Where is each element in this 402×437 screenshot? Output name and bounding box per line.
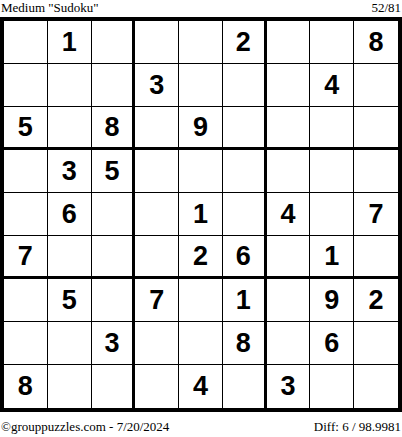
sudoku-cell-empty[interactable] bbox=[354, 107, 398, 150]
sudoku-cell-empty[interactable] bbox=[310, 365, 354, 408]
sudoku-cell-empty[interactable] bbox=[223, 64, 267, 107]
sudoku-cell-empty[interactable] bbox=[4, 193, 48, 236]
sudoku-cell-empty[interactable] bbox=[354, 236, 398, 279]
sudoku-cell-empty[interactable] bbox=[135, 322, 179, 365]
sudoku-cell-given[interactable]: 7 bbox=[354, 193, 398, 236]
sudoku-cell-given[interactable]: 3 bbox=[48, 150, 92, 193]
sudoku-cell-given[interactable]: 5 bbox=[92, 150, 136, 193]
sudoku-cell-empty[interactable] bbox=[135, 107, 179, 150]
sudoku-cell-given[interactable]: 8 bbox=[223, 322, 267, 365]
sudoku-cell-given[interactable]: 7 bbox=[135, 279, 179, 322]
sudoku-cell-given[interactable]: 8 bbox=[354, 21, 398, 64]
sudoku-cell-given[interactable]: 1 bbox=[310, 236, 354, 279]
sudoku-cell-empty[interactable] bbox=[179, 322, 223, 365]
sudoku-cell-empty[interactable] bbox=[4, 150, 48, 193]
difficulty-text: Diff: 6 / 98.9981 bbox=[314, 419, 401, 434]
sudoku-cell-empty[interactable] bbox=[179, 64, 223, 107]
sudoku-cell-given[interactable]: 1 bbox=[179, 193, 223, 236]
footer: ©grouppuzzles.com - 7/20/2024 Diff: 6 / … bbox=[0, 419, 402, 434]
sudoku-cell-empty[interactable] bbox=[48, 236, 92, 279]
sudoku-cell-given[interactable]: 3 bbox=[267, 365, 311, 408]
sudoku-cell-empty[interactable] bbox=[267, 107, 311, 150]
sudoku-cell-given[interactable]: 5 bbox=[48, 279, 92, 322]
sudoku-cell-empty[interactable] bbox=[4, 279, 48, 322]
sudoku-cell-empty[interactable] bbox=[135, 21, 179, 64]
sudoku-cell-empty[interactable] bbox=[135, 365, 179, 408]
sudoku-cell-given[interactable]: 5 bbox=[4, 107, 48, 150]
sudoku-cell-empty[interactable] bbox=[4, 322, 48, 365]
sudoku-cell-empty[interactable] bbox=[92, 236, 136, 279]
sudoku-cell-given[interactable]: 3 bbox=[135, 64, 179, 107]
sudoku-cell-given[interactable]: 3 bbox=[92, 322, 136, 365]
sudoku-cell-given[interactable]: 6 bbox=[223, 236, 267, 279]
sudoku-cell-empty[interactable] bbox=[267, 150, 311, 193]
sudoku-cell-empty[interactable] bbox=[354, 64, 398, 107]
sudoku-cell-empty[interactable] bbox=[310, 107, 354, 150]
sudoku-cell-given[interactable]: 8 bbox=[92, 107, 136, 150]
sudoku-cell-empty[interactable] bbox=[135, 150, 179, 193]
sudoku-cell-given[interactable]: 7 bbox=[4, 236, 48, 279]
sudoku-cell-empty[interactable] bbox=[354, 365, 398, 408]
sudoku-cell-empty[interactable] bbox=[4, 64, 48, 107]
sudoku-cell-empty[interactable] bbox=[354, 322, 398, 365]
sudoku-cell-empty[interactable] bbox=[92, 21, 136, 64]
sudoku-cell-given[interactable]: 1 bbox=[223, 279, 267, 322]
sudoku-cell-given[interactable]: 2 bbox=[179, 236, 223, 279]
sudoku-cell-empty[interactable] bbox=[135, 236, 179, 279]
sudoku-cell-empty[interactable] bbox=[48, 64, 92, 107]
sudoku-cell-empty[interactable] bbox=[92, 64, 136, 107]
sudoku-cell-empty[interactable] bbox=[4, 21, 48, 64]
puzzle-title: Medium "Sudoku" bbox=[1, 0, 99, 15]
sudoku-cell-given[interactable]: 8 bbox=[4, 365, 48, 408]
sudoku-cell-empty[interactable] bbox=[179, 21, 223, 64]
sudoku-cell-empty[interactable] bbox=[310, 21, 354, 64]
sudoku-cell-empty[interactable] bbox=[267, 279, 311, 322]
sudoku-cell-given[interactable]: 4 bbox=[310, 64, 354, 107]
sudoku-cell-empty[interactable] bbox=[223, 107, 267, 150]
sudoku-cell-empty[interactable] bbox=[179, 150, 223, 193]
header: Medium "Sudoku" 52/81 bbox=[0, 0, 402, 17]
sudoku-cell-empty[interactable] bbox=[92, 279, 136, 322]
sudoku-cell-given[interactable]: 6 bbox=[310, 322, 354, 365]
sudoku-cell-empty[interactable] bbox=[267, 236, 311, 279]
sudoku-board: 12834589356147726157192386843 bbox=[0, 17, 402, 412]
sudoku-cell-empty[interactable] bbox=[267, 21, 311, 64]
copyright-text: ©grouppuzzles.com - 7/20/2024 bbox=[1, 419, 169, 434]
sudoku-cell-empty[interactable] bbox=[267, 64, 311, 107]
sudoku-cell-empty[interactable] bbox=[179, 279, 223, 322]
sudoku-cell-empty[interactable] bbox=[223, 193, 267, 236]
sudoku-cell-empty[interactable] bbox=[354, 150, 398, 193]
sudoku-cell-given[interactable]: 9 bbox=[179, 107, 223, 150]
sudoku-cell-given[interactable]: 6 bbox=[48, 193, 92, 236]
remaining-counter: 52/81 bbox=[371, 0, 401, 15]
sudoku-cell-given[interactable]: 2 bbox=[223, 21, 267, 64]
sudoku-cell-empty[interactable] bbox=[48, 322, 92, 365]
sudoku-cell-empty[interactable] bbox=[135, 193, 179, 236]
sudoku-cell-empty[interactable] bbox=[310, 150, 354, 193]
sudoku-cell-given[interactable]: 1 bbox=[48, 21, 92, 64]
sudoku-cell-empty[interactable] bbox=[92, 193, 136, 236]
sudoku-cell-given[interactable]: 4 bbox=[267, 193, 311, 236]
sudoku-cell-given[interactable]: 9 bbox=[310, 279, 354, 322]
sudoku-cell-empty[interactable] bbox=[48, 365, 92, 408]
sudoku-cell-empty[interactable] bbox=[310, 193, 354, 236]
sudoku-cell-empty[interactable] bbox=[267, 322, 311, 365]
sudoku-cell-empty[interactable] bbox=[223, 365, 267, 408]
sudoku-cell-empty[interactable] bbox=[92, 365, 136, 408]
sudoku-cell-given[interactable]: 4 bbox=[179, 365, 223, 408]
sudoku-cell-empty[interactable] bbox=[223, 150, 267, 193]
sudoku-cell-given[interactable]: 2 bbox=[354, 279, 398, 322]
sudoku-cell-empty[interactable] bbox=[48, 107, 92, 150]
